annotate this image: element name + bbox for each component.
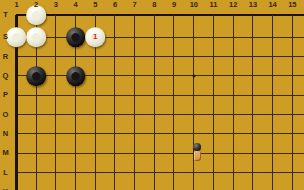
intersection-11-P[interactable] [204,86,224,105]
column-label-4: 4 [68,0,84,9]
intersection-15-P[interactable] [282,86,302,105]
intersection-14-R[interactable] [263,47,283,66]
intersection-16-L[interactable] [302,163,304,182]
intersection-10-K[interactable] [184,182,204,190]
row-label-T: T [0,10,11,20]
intersection-9-Q[interactable] [164,66,184,85]
intersection-5-M[interactable] [85,144,105,163]
intersection-16-O[interactable] [302,105,304,124]
intersection-4-K[interactable] [66,182,86,190]
intersection-8-Q[interactable] [144,66,164,85]
intersection-16-S[interactable] [302,28,304,48]
intersection-2-M[interactable] [26,144,46,163]
intersection-10-O[interactable] [184,105,204,124]
intersection-7-L[interactable] [125,163,145,182]
column-label-15: 15 [284,0,300,9]
intersection-14-S[interactable] [263,28,283,48]
intersection-9-K[interactable] [164,182,184,190]
intersection-7-R[interactable] [125,47,145,66]
intersection-16-N[interactable] [302,124,304,143]
intersection-5-O[interactable] [85,105,105,124]
black-stone: ● [66,66,86,86]
intersection-8-R[interactable] [144,47,164,66]
intersection-14-L[interactable] [263,163,283,182]
intersection-9-O[interactable] [164,105,184,124]
row-label-M: M [0,148,11,158]
column-label-2: 2 [28,0,44,9]
row-label-P: P [0,90,11,100]
move-number-label: 1 [93,27,97,47]
black-stone-placement-cursor [193,143,205,161]
intersection-8-L[interactable] [144,163,164,182]
cursor-hand-icon [194,151,201,161]
intersection-7-O[interactable] [125,105,145,124]
intersection-2-K[interactable] [26,182,46,190]
intersection-13-R[interactable] [243,47,263,66]
intersection-5-L[interactable] [85,163,105,182]
column-label-7: 7 [127,0,143,9]
intersection-16-R[interactable] [302,47,304,66]
intersection-6-N[interactable] [105,124,125,143]
intersection-12-K[interactable] [223,182,243,190]
column-label-14: 14 [265,0,281,9]
intersection-13-L[interactable] [243,163,263,182]
intersection-4-L[interactable] [66,163,86,182]
intersection-2-S[interactable]: ● [26,28,46,48]
intersection-8-S[interactable] [144,28,164,48]
white-stone: ● [26,27,46,47]
row-label-R: R [0,52,11,62]
intersection-9-S[interactable] [164,28,184,48]
intersection-10-R[interactable] [184,47,204,66]
intersection-4-O[interactable] [66,105,86,124]
intersection-3-P[interactable] [46,86,66,105]
row-label-K: K [0,187,11,190]
column-label-10: 10 [186,0,202,9]
cursor-black-stone-icon [193,143,201,151]
column-label-12: 12 [225,0,241,9]
column-label-1: 1 [9,0,25,9]
white-stone: ●1 [85,27,105,47]
intersection-8-N[interactable] [144,124,164,143]
intersection-10-P[interactable] [184,86,204,105]
intersection-4-M[interactable] [66,144,86,163]
intersection-2-Q[interactable]: ● [26,66,46,85]
intersection-12-S[interactable] [223,28,243,48]
intersection-15-K[interactable] [282,182,302,190]
intersection-3-M[interactable] [46,144,66,163]
intersection-15-M[interactable] [282,144,302,163]
black-stone: ● [26,66,46,86]
intersection-14-Q[interactable] [263,66,283,85]
intersection-6-S[interactable] [105,28,125,48]
intersection-10-N[interactable] [184,124,204,143]
star-point [192,74,195,77]
intersection-4-S[interactable]: ● [66,28,86,48]
intersection-8-M[interactable] [144,144,164,163]
row-label-Q: Q [0,71,11,81]
intersection-2-O[interactable] [26,105,46,124]
intersection-11-O[interactable] [204,105,224,124]
intersection-2-L[interactable] [26,163,46,182]
intersection-12-R[interactable] [223,47,243,66]
intersection-16-P[interactable] [302,86,304,105]
intersection-8-O[interactable] [144,105,164,124]
intersection-7-Q[interactable] [125,66,145,85]
intersection-3-S[interactable] [46,28,66,48]
intersection-6-O[interactable] [105,105,125,124]
intersection-15-O[interactable] [282,105,302,124]
intersection-11-M[interactable] [204,144,224,163]
intersection-5-S[interactable]: ●1 [85,28,105,48]
row-label-S: S [0,32,11,42]
intersection-6-K[interactable] [105,182,125,190]
column-label-3: 3 [48,0,64,9]
intersection-15-S[interactable] [282,28,302,48]
intersection-15-Q[interactable] [282,66,302,85]
intersection-13-Q[interactable] [243,66,263,85]
column-label-13: 13 [245,0,261,9]
intersection-7-N[interactable] [125,124,145,143]
row-label-O: O [0,110,11,120]
intersection-12-P[interactable] [223,86,243,105]
intersection-15-L[interactable] [282,163,302,182]
row-label-N: N [0,129,11,139]
intersection-13-O[interactable] [243,105,263,124]
intersection-10-S[interactable] [184,28,204,48]
black-stone: ● [66,27,86,47]
intersection-12-M[interactable] [223,144,243,163]
intersection-15-R[interactable] [282,47,302,66]
intersection-11-N[interactable] [204,124,224,143]
row-label-L: L [0,168,11,178]
intersection-5-N[interactable] [85,124,105,143]
intersection-14-P[interactable] [263,86,283,105]
intersection-5-R[interactable] [85,47,105,66]
intersection-12-N[interactable] [223,124,243,143]
intersection-7-P[interactable] [125,86,145,105]
intersection-16-M[interactable] [302,144,304,163]
intersection-6-P[interactable] [105,86,125,105]
intersection-11-Q[interactable] [204,66,224,85]
intersection-8-K[interactable] [144,182,164,190]
intersection-13-P[interactable] [243,86,263,105]
intersection-9-M[interactable] [164,144,184,163]
intersection-7-S[interactable] [125,28,145,48]
intersection-2-P[interactable] [26,86,46,105]
intersection-14-N[interactable] [263,124,283,143]
intersection-3-O[interactable] [46,105,66,124]
intersection-8-P[interactable] [144,86,164,105]
intersection-5-P[interactable] [85,86,105,105]
intersection-4-Q[interactable]: ● [66,66,86,85]
intersection-10-Q[interactable] [184,66,204,85]
intersection-6-Q[interactable] [105,66,125,85]
intersection-12-Q[interactable] [223,66,243,85]
intersection-13-M[interactable] [243,144,263,163]
column-label-5: 5 [87,0,103,9]
intersection-13-K[interactable] [243,182,263,190]
intersection-15-N[interactable] [282,124,302,143]
intersection-5-K[interactable] [85,182,105,190]
intersection-11-R[interactable] [204,47,224,66]
intersection-13-S[interactable] [243,28,263,48]
intersection-3-R[interactable] [46,47,66,66]
intersection-11-L[interactable] [204,163,224,182]
intersection-9-R[interactable] [164,47,184,66]
intersection-4-N[interactable] [66,124,86,143]
intersection-2-N[interactable] [26,124,46,143]
intersection-11-K[interactable] [204,182,224,190]
intersection-11-S[interactable] [204,28,224,48]
column-label-11: 11 [206,0,222,9]
intersection-7-K[interactable] [125,182,145,190]
column-label-9: 9 [166,0,182,9]
intersection-3-K[interactable] [46,182,66,190]
intersection-3-L[interactable] [46,163,66,182]
intersection-6-L[interactable] [105,163,125,182]
intersection-3-N[interactable] [46,124,66,143]
intersection-9-P[interactable] [164,86,184,105]
intersection-13-N[interactable] [243,124,263,143]
intersection-9-L[interactable] [164,163,184,182]
intersection-16-Q[interactable] [302,66,304,85]
intersection-7-M[interactable] [125,144,145,163]
intersection-14-M[interactable] [263,144,283,163]
column-label-8: 8 [146,0,162,9]
intersection-5-Q[interactable] [85,66,105,85]
intersection-9-N[interactable] [164,124,184,143]
intersection-3-Q[interactable] [46,66,66,85]
intersection-14-O[interactable] [263,105,283,124]
go-app-board-view: ●●●●●1●● 12345678910111213141516171819 T… [0,0,304,190]
go-board[interactable]: ●●●●●1●● [7,2,304,190]
intersection-14-K[interactable] [263,182,283,190]
intersection-12-L[interactable] [223,163,243,182]
intersection-4-P[interactable] [66,86,86,105]
intersection-16-K[interactable] [302,182,304,190]
intersection-12-O[interactable] [223,105,243,124]
intersection-6-R[interactable] [105,47,125,66]
column-label-6: 6 [107,0,123,9]
intersection-6-M[interactable] [105,144,125,163]
intersection-10-L[interactable] [184,163,204,182]
